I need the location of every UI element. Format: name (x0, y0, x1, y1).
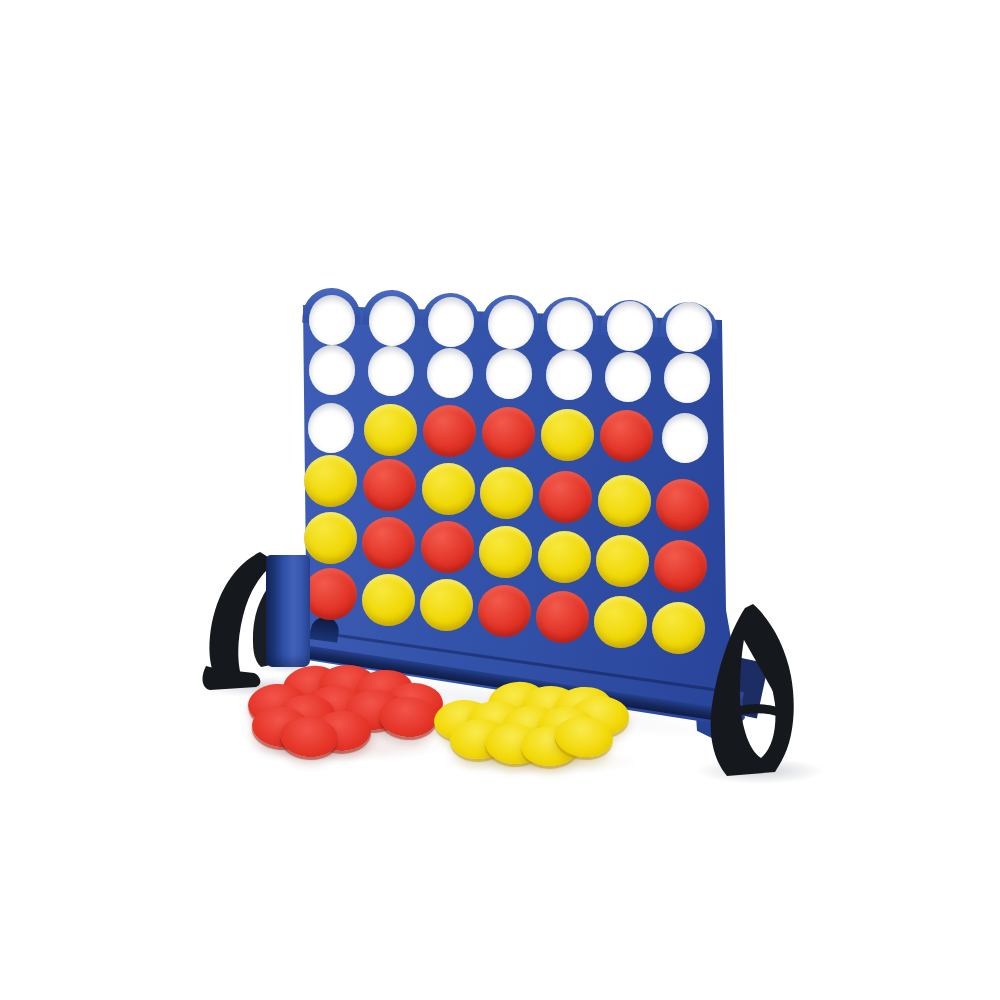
product-photo-scene (0, 0, 1000, 1000)
loose-disc-piles (0, 0, 1000, 1000)
